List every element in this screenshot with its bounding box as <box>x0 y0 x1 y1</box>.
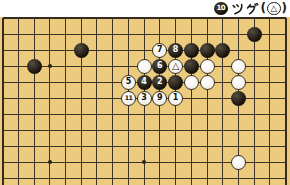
intersection-c14r11[interactable] <box>199 170 215 185</box>
intersection-c9r7[interactable] <box>121 106 137 122</box>
intersection-c13r10[interactable] <box>183 154 199 170</box>
intersection-c2r11[interactable] <box>11 170 27 185</box>
intersection-c15r11[interactable] <box>215 170 231 185</box>
intersection-c17r8[interactable] <box>246 122 262 138</box>
black-stone-10-badge: 10 <box>214 2 228 16</box>
intersection-c16r9[interactable] <box>231 138 247 154</box>
intersection-c5r10[interactable] <box>58 154 74 170</box>
move-caption: 10 ( △ <box>0 0 287 17</box>
intersection-c15r2[interactable] <box>215 26 231 42</box>
intersection-c5r9[interactable] <box>58 138 74 154</box>
intersection-c10r9[interactable] <box>136 138 152 154</box>
intersection-c15r10[interactable] <box>215 154 231 170</box>
intersection-c1r5[interactable] <box>0 74 11 90</box>
intersection-c19r2[interactable] <box>278 26 290 42</box>
intersection-c12r10[interactable] <box>168 154 184 170</box>
intersection-c11r2[interactable] <box>152 26 168 42</box>
intersection-c6r8[interactable] <box>73 122 89 138</box>
intersection-c8r6[interactable] <box>105 90 121 106</box>
intersection-c17r9[interactable] <box>246 138 262 154</box>
intersection-c18r2[interactable] <box>262 26 278 42</box>
star-point <box>142 160 146 164</box>
intersection-c4r11[interactable] <box>42 170 58 185</box>
triangle-mark: △ <box>270 4 277 13</box>
intersection-c14r7[interactable] <box>199 106 215 122</box>
intersection-c6r5[interactable] <box>73 74 89 90</box>
intersection-c15r9[interactable] <box>215 138 231 154</box>
intersection-c14r8[interactable] <box>199 122 215 138</box>
intersection-c2r5[interactable] <box>11 74 27 90</box>
intersection-c13r3[interactable] <box>183 42 199 58</box>
intersection-c9r1[interactable] <box>121 17 137 26</box>
intersection-c3r7[interactable] <box>26 106 42 122</box>
intersection-c19r6[interactable] <box>278 90 290 106</box>
kana-tsu-glyph <box>231 3 244 15</box>
black-stone-2: 2 <box>152 75 167 90</box>
intersection-c5r1[interactable] <box>58 17 74 26</box>
intersection-c18r3[interactable] <box>262 42 278 58</box>
intersection-c7r1[interactable] <box>89 17 105 26</box>
white-stone-9: 9 <box>152 91 167 106</box>
intersection-c17r3[interactable] <box>246 42 262 58</box>
intersection-c6r7[interactable] <box>73 106 89 122</box>
white-stone <box>184 75 199 90</box>
intersection-c19r4[interactable] <box>278 58 290 74</box>
intersection-c3r9[interactable] <box>26 138 42 154</box>
black-stone-4: 4 <box>137 75 152 90</box>
intersection-c3r6[interactable] <box>26 90 42 106</box>
move-number-label: 7 <box>157 46 163 54</box>
intersection-c15r3[interactable] <box>215 42 231 58</box>
caption-close-paren: ) <box>282 2 287 14</box>
intersection-c7r9[interactable] <box>89 138 105 154</box>
intersection-c14r4[interactable] <box>199 58 215 74</box>
intersection-c17r4[interactable] <box>246 58 262 74</box>
white-stone <box>200 75 215 90</box>
black-stone <box>168 75 183 90</box>
intersection-c4r2[interactable] <box>42 26 58 42</box>
intersection-c4r9[interactable] <box>42 138 58 154</box>
intersection-c12r6[interactable]: 1 <box>168 90 184 106</box>
intersection-c5r4[interactable] <box>58 58 74 74</box>
intersection-c7r3[interactable] <box>89 42 105 58</box>
intersection-c3r8[interactable] <box>26 122 42 138</box>
intersection-c19r1[interactable] <box>278 17 290 26</box>
black-stone <box>215 43 230 58</box>
intersection-c13r5[interactable] <box>183 74 199 90</box>
white-stone <box>137 59 152 74</box>
intersection-c10r4[interactable] <box>136 58 152 74</box>
intersection-c5r11[interactable] <box>58 170 74 185</box>
intersection-c14r1[interactable] <box>199 17 215 26</box>
intersection-c13r9[interactable] <box>183 138 199 154</box>
intersection-c2r3[interactable] <box>11 42 27 58</box>
intersection-c13r11[interactable] <box>183 170 199 185</box>
intersection-c1r4[interactable] <box>0 58 11 74</box>
intersection-c12r8[interactable] <box>168 122 184 138</box>
intersection-c10r10[interactable] <box>136 154 152 170</box>
triangle-mark: △ <box>172 61 179 71</box>
intersection-c17r5[interactable] <box>246 74 262 90</box>
intersection-c19r10[interactable] <box>278 154 290 170</box>
white-stone <box>200 59 215 74</box>
intersection-c6r10[interactable] <box>73 154 89 170</box>
intersection-c19r11[interactable] <box>278 170 290 185</box>
star-point <box>48 160 52 164</box>
intersection-c6r2[interactable] <box>73 26 89 42</box>
intersection-c6r4[interactable] <box>73 58 89 74</box>
intersection-c17r6[interactable] <box>246 90 262 106</box>
intersection-c12r9[interactable] <box>168 138 184 154</box>
intersection-c8r7[interactable] <box>105 106 121 122</box>
intersection-c9r6[interactable]: 11 <box>121 90 137 106</box>
black-stone <box>184 43 199 58</box>
intersection-c12r4[interactable]: △ <box>168 58 184 74</box>
intersection-c8r10[interactable] <box>105 154 121 170</box>
intersection-c14r10[interactable] <box>199 154 215 170</box>
intersection-c8r3[interactable] <box>105 42 121 58</box>
intersection-c16r1[interactable] <box>231 17 247 26</box>
black-stone <box>200 43 215 58</box>
intersection-c5r3[interactable] <box>58 42 74 58</box>
intersection-c17r11[interactable] <box>246 170 262 185</box>
intersection-c10r5[interactable]: 4 <box>136 74 152 90</box>
intersection-c11r8[interactable] <box>152 122 168 138</box>
intersection-c19r9[interactable] <box>278 138 290 154</box>
intersection-c15r6[interactable] <box>215 90 231 106</box>
board-grid: 786△54211391 <box>0 17 290 185</box>
intersection-c3r10[interactable] <box>26 154 42 170</box>
white-stone <box>231 59 246 74</box>
black-stone <box>231 91 246 106</box>
black-stone <box>27 59 42 74</box>
intersection-c19r5[interactable] <box>278 74 290 90</box>
intersection-c7r2[interactable] <box>89 26 105 42</box>
intersection-c1r7[interactable] <box>0 106 11 122</box>
white-stone-marked: △ <box>168 59 183 74</box>
intersection-c13r8[interactable] <box>183 122 199 138</box>
intersection-c8r11[interactable] <box>105 170 121 185</box>
caption-open-paren: ( <box>261 2 266 14</box>
intersection-c18r5[interactable] <box>262 74 278 90</box>
intersection-c11r5[interactable]: 2 <box>152 74 168 90</box>
intersection-c14r5[interactable] <box>199 74 215 90</box>
intersection-c11r4[interactable]: 6 <box>152 58 168 74</box>
intersection-c1r11[interactable] <box>0 170 11 185</box>
intersection-c9r3[interactable] <box>121 42 137 58</box>
white-stone <box>231 75 246 90</box>
go-diagram: 10 ( △ <box>0 0 290 185</box>
intersection-c12r1[interactable] <box>168 17 184 26</box>
move-number-label: 1 <box>173 94 179 102</box>
intersection-c9r4[interactable] <box>121 58 137 74</box>
intersection-c2r7[interactable] <box>11 106 27 122</box>
intersection-c2r6[interactable] <box>11 90 27 106</box>
intersection-c2r8[interactable] <box>11 122 27 138</box>
intersection-c5r6[interactable] <box>58 90 74 106</box>
intersection-c13r2[interactable] <box>183 26 199 42</box>
intersection-c1r1[interactable] <box>0 17 11 26</box>
intersection-c3r1[interactable] <box>26 17 42 26</box>
white-stone-11: 11 <box>121 91 136 106</box>
intersection-c4r7[interactable] <box>42 106 58 122</box>
white-stone-7: 7 <box>152 43 167 58</box>
intersection-c8r2[interactable] <box>105 26 121 42</box>
intersection-c15r1[interactable] <box>215 17 231 26</box>
intersection-c8r5[interactable] <box>105 74 121 90</box>
intersection-c5r2[interactable] <box>58 26 74 42</box>
intersection-c18r6[interactable] <box>262 90 278 106</box>
intersection-c18r11[interactable] <box>262 170 278 185</box>
intersection-c5r5[interactable] <box>58 74 74 90</box>
intersection-c10r6[interactable]: 3 <box>136 90 152 106</box>
intersection-c4r3[interactable] <box>42 42 58 58</box>
black-stone-8: 8 <box>168 43 183 58</box>
intersection-c15r8[interactable] <box>215 122 231 138</box>
intersection-c3r3[interactable] <box>26 42 42 58</box>
intersection-c17r7[interactable] <box>246 106 262 122</box>
intersection-c10r7[interactable] <box>136 106 152 122</box>
intersection-c16r6[interactable] <box>231 90 247 106</box>
white-stone <box>231 155 246 170</box>
intersection-c9r5[interactable]: 5 <box>121 74 137 90</box>
intersection-c16r8[interactable] <box>231 122 247 138</box>
intersection-c8r8[interactable] <box>105 122 121 138</box>
intersection-c16r2[interactable] <box>231 26 247 42</box>
intersection-c13r7[interactable] <box>183 106 199 122</box>
intersection-c9r11[interactable] <box>121 170 137 185</box>
intersection-c10r1[interactable] <box>136 17 152 26</box>
intersection-c18r10[interactable] <box>262 154 278 170</box>
intersection-c7r6[interactable] <box>89 90 105 106</box>
intersection-c6r3[interactable] <box>73 42 89 58</box>
caption-action-text-tsugu <box>231 3 259 15</box>
intersection-c17r1[interactable] <box>246 17 262 26</box>
move-number-label: 3 <box>141 94 147 102</box>
intersection-c4r6[interactable] <box>42 90 58 106</box>
intersection-c18r7[interactable] <box>262 106 278 122</box>
intersection-c18r9[interactable] <box>262 138 278 154</box>
intersection-c14r3[interactable] <box>199 42 215 58</box>
intersection-c18r1[interactable] <box>262 17 278 26</box>
black-stone-6: 6 <box>152 59 167 74</box>
intersection-c13r6[interactable] <box>183 90 199 106</box>
intersection-c10r2[interactable] <box>136 26 152 42</box>
intersection-c13r4[interactable] <box>183 58 199 74</box>
intersection-c18r4[interactable] <box>262 58 278 74</box>
black-stone <box>184 59 199 74</box>
intersection-c1r2[interactable] <box>0 26 11 42</box>
intersection-c8r9[interactable] <box>105 138 121 154</box>
intersection-c7r8[interactable] <box>89 122 105 138</box>
intersection-c16r3[interactable] <box>231 42 247 58</box>
kana-gu-glyph <box>245 3 259 15</box>
intersection-c11r1[interactable] <box>152 17 168 26</box>
move-number-label: 11 <box>125 95 133 101</box>
intersection-c3r4[interactable] <box>26 58 42 74</box>
intersection-c10r8[interactable] <box>136 122 152 138</box>
intersection-c15r5[interactable] <box>215 74 231 90</box>
intersection-c6r11[interactable] <box>73 170 89 185</box>
intersection-c11r7[interactable] <box>152 106 168 122</box>
intersection-c11r9[interactable] <box>152 138 168 154</box>
intersection-c11r11[interactable] <box>152 170 168 185</box>
move-number-label: 6 <box>157 62 163 70</box>
intersection-c18r8[interactable] <box>262 122 278 138</box>
intersection-c16r11[interactable] <box>231 170 247 185</box>
intersection-c12r7[interactable] <box>168 106 184 122</box>
move-number-label: 2 <box>157 78 163 86</box>
intersection-c15r7[interactable] <box>215 106 231 122</box>
intersection-c7r11[interactable] <box>89 170 105 185</box>
move-number-label: 5 <box>126 78 132 86</box>
star-point <box>48 64 52 68</box>
intersection-c3r5[interactable] <box>26 74 42 90</box>
intersection-c8r4[interactable] <box>105 58 121 74</box>
intersection-c5r7[interactable] <box>58 106 74 122</box>
black-stone <box>247 27 262 42</box>
intersection-c16r4[interactable] <box>231 58 247 74</box>
intersection-c6r9[interactable] <box>73 138 89 154</box>
intersection-c19r8[interactable] <box>278 122 290 138</box>
intersection-c9r2[interactable] <box>121 26 137 42</box>
intersection-c16r10[interactable] <box>231 154 247 170</box>
intersection-c4r5[interactable] <box>42 74 58 90</box>
intersection-c7r4[interactable] <box>89 58 105 74</box>
white-stone-5: 5 <box>121 75 136 90</box>
go-board: 786△54211391 <box>0 17 290 185</box>
intersection-c7r7[interactable] <box>89 106 105 122</box>
intersection-c1r9[interactable] <box>0 138 11 154</box>
intersection-c12r3[interactable]: 8 <box>168 42 184 58</box>
intersection-c4r10[interactable] <box>42 154 58 170</box>
intersection-c3r11[interactable] <box>26 170 42 185</box>
intersection-c11r10[interactable] <box>152 154 168 170</box>
intersection-c10r11[interactable] <box>136 170 152 185</box>
intersection-c4r1[interactable] <box>42 17 58 26</box>
move-number-label: 4 <box>141 78 147 86</box>
intersection-c16r7[interactable] <box>231 106 247 122</box>
intersection-c5r8[interactable] <box>58 122 74 138</box>
intersection-c11r6[interactable]: 9 <box>152 90 168 106</box>
intersection-c8r1[interactable] <box>105 17 121 26</box>
intersection-c4r4[interactable] <box>42 58 58 74</box>
intersection-c14r9[interactable] <box>199 138 215 154</box>
intersection-c14r2[interactable] <box>199 26 215 42</box>
intersection-c19r7[interactable] <box>278 106 290 122</box>
marked-white-stone-badge: △ <box>267 2 281 16</box>
intersection-c2r4[interactable] <box>11 58 27 74</box>
intersection-c19r3[interactable] <box>278 42 290 58</box>
intersection-c13r1[interactable] <box>183 17 199 26</box>
intersection-c12r11[interactable] <box>168 170 184 185</box>
move-number-label: 9 <box>157 94 163 102</box>
intersection-c9r9[interactable] <box>121 138 137 154</box>
intersection-c10r3[interactable] <box>136 42 152 58</box>
intersection-c16r5[interactable] <box>231 74 247 90</box>
black-stone <box>74 43 89 58</box>
move-number: 10 <box>216 5 225 12</box>
intersection-c15r4[interactable] <box>215 58 231 74</box>
intersection-c12r5[interactable] <box>168 74 184 90</box>
intersection-c2r1[interactable] <box>11 17 27 26</box>
intersection-c6r6[interactable] <box>73 90 89 106</box>
intersection-c3r2[interactable] <box>26 26 42 42</box>
intersection-c9r10[interactable] <box>121 154 137 170</box>
white-stone-1: 1 <box>168 91 183 106</box>
intersection-c7r10[interactable] <box>89 154 105 170</box>
intersection-c9r8[interactable] <box>121 122 137 138</box>
intersection-c1r3[interactable] <box>0 42 11 58</box>
intersection-c6r1[interactable] <box>73 17 89 26</box>
intersection-c1r10[interactable] <box>0 154 11 170</box>
move-number-label: 8 <box>173 46 179 54</box>
intersection-c11r3[interactable]: 7 <box>152 42 168 58</box>
intersection-c14r6[interactable] <box>199 90 215 106</box>
intersection-c2r2[interactable] <box>11 26 27 42</box>
white-stone-3: 3 <box>137 91 152 106</box>
intersection-c17r2[interactable] <box>246 26 262 42</box>
intersection-c4r8[interactable] <box>42 122 58 138</box>
intersection-c2r10[interactable] <box>11 154 27 170</box>
intersection-c12r2[interactable] <box>168 26 184 42</box>
intersection-c1r8[interactable] <box>0 122 11 138</box>
intersection-c17r10[interactable] <box>246 154 262 170</box>
intersection-c1r6[interactable] <box>0 90 11 106</box>
intersection-c7r5[interactable] <box>89 74 105 90</box>
intersection-c2r9[interactable] <box>11 138 27 154</box>
